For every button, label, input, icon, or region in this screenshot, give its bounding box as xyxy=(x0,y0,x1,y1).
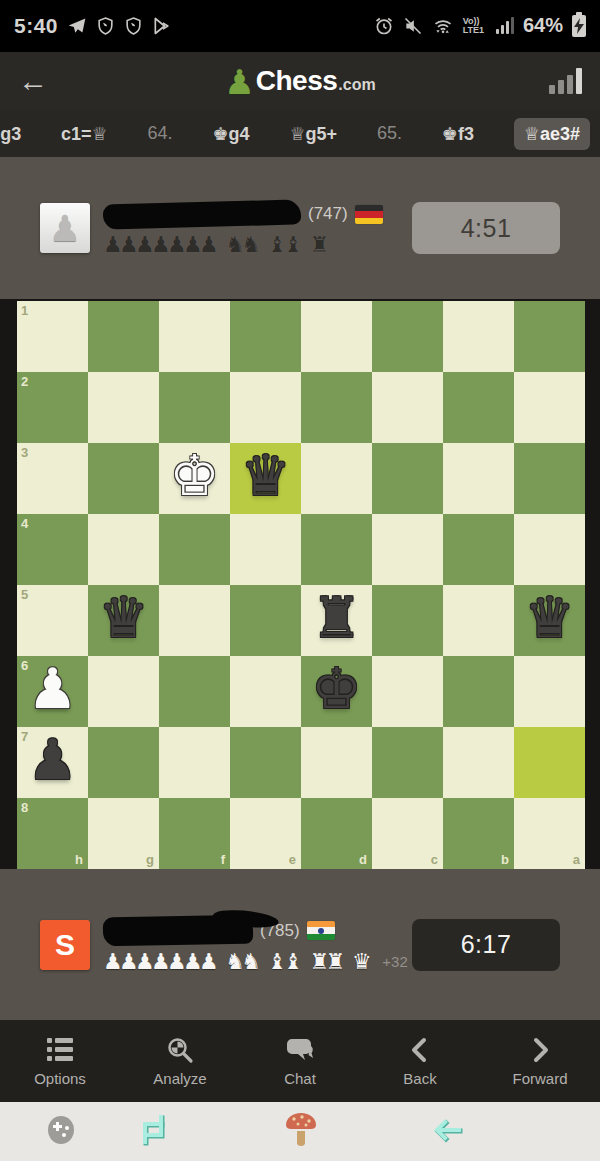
file-label-d: d xyxy=(359,852,367,867)
game-dice-icon[interactable] xyxy=(46,1114,76,1150)
square-a5[interactable]: ♛ xyxy=(514,585,585,656)
square-h5[interactable]: 5 xyxy=(17,585,88,656)
chess-board: 123♚♛45♛♜♛6♟♚7♟8hgfedcba xyxy=(17,301,585,869)
square-f5[interactable] xyxy=(159,585,230,656)
pawn-avatar-icon: ♟ xyxy=(49,208,81,249)
clock-time: 5:40 xyxy=(14,14,58,38)
status-bar: 5:40 Vo)) xyxy=(0,0,600,52)
board-area: 123♚♛45♛♜♛6♟♚7♟8hgfedcba xyxy=(0,299,600,869)
chesscom-logo: ♟Chess.com xyxy=(224,65,375,97)
game-toolbar: Options Analyze Chat Back Forward xyxy=(0,1020,600,1102)
move-list: ♕g3 c1=♕ 64. ♚g4 ♕g5+ 65. ♚f3 ♕ae3# xyxy=(0,110,600,158)
opponent-clock: 4:51 xyxy=(412,202,560,254)
square-c7[interactable] xyxy=(372,727,443,798)
opponent-username-redacted[interactable] xyxy=(103,199,302,229)
rank-label-3: 3 xyxy=(21,445,28,460)
germany-flag-icon xyxy=(355,205,383,224)
square-b3[interactable] xyxy=(443,443,514,514)
play-store-icon xyxy=(152,16,172,36)
analyze-button[interactable]: Analyze xyxy=(120,1036,240,1087)
square-f2[interactable] xyxy=(159,372,230,443)
square-g6[interactable] xyxy=(88,656,159,727)
chat-bubbles-icon xyxy=(284,1036,316,1064)
square-b4[interactable] xyxy=(443,514,514,585)
nav-back-arrow-icon[interactable] xyxy=(430,1115,464,1149)
square-d3[interactable] xyxy=(301,443,372,514)
square-d7[interactable] xyxy=(301,727,372,798)
opponent-avatar[interactable]: ♟ xyxy=(40,203,90,253)
square-f8[interactable]: f xyxy=(159,798,230,869)
square-d2[interactable] xyxy=(301,372,372,443)
shield-icon xyxy=(124,16,143,36)
square-h8[interactable]: 8h xyxy=(17,798,88,869)
file-label-b: b xyxy=(501,852,509,867)
square-f7[interactable] xyxy=(159,727,230,798)
square-b5[interactable] xyxy=(443,585,514,656)
options-list-icon xyxy=(45,1036,75,1064)
square-b1[interactable] xyxy=(443,301,514,372)
wifi-icon xyxy=(432,16,454,36)
square-e5[interactable] xyxy=(230,585,301,656)
telegram-icon xyxy=(67,16,87,36)
shield-icon xyxy=(96,16,115,36)
square-e6[interactable] xyxy=(230,656,301,727)
square-e8[interactable]: e xyxy=(230,798,301,869)
square-c8[interactable]: c xyxy=(372,798,443,869)
chat-button[interactable]: Chat xyxy=(240,1036,360,1087)
square-c3[interactable] xyxy=(372,443,443,514)
app-header: ← ♟Chess.com xyxy=(0,52,600,110)
player-card: S (785) ♟♟♟♟♟♟♟ ♞♞ ♝♝ ♜♜ ♛ +32 6:17 xyxy=(0,869,600,1020)
file-label-g: g xyxy=(146,852,154,867)
square-e3[interactable]: ♛ xyxy=(230,443,301,514)
square-h3[interactable]: 3 xyxy=(17,443,88,514)
connection-bars-icon[interactable] xyxy=(542,68,582,94)
black-queen-piece[interactable]: ♛ xyxy=(98,590,148,646)
chevron-left-icon xyxy=(406,1036,434,1064)
move-number: 64. xyxy=(148,123,173,144)
move-item[interactable]: c1=♕ xyxy=(61,123,108,145)
square-a1[interactable] xyxy=(514,301,585,372)
rank-label-8: 8 xyxy=(21,800,28,815)
square-h6[interactable]: 6♟ xyxy=(17,656,88,727)
white-pawn-piece[interactable]: ♟ xyxy=(27,661,77,717)
material-score: +32 xyxy=(382,953,407,970)
move-item[interactable]: ♕g3 xyxy=(0,123,21,145)
mute-icon xyxy=(403,16,423,36)
square-g4[interactable] xyxy=(88,514,159,585)
move-item[interactable]: ♚f3 xyxy=(442,123,474,145)
player-captured-pieces: ♟♟♟♟♟♟♟ ♞♞ ♝♝ ♜♜ ♛ +32 xyxy=(103,949,412,974)
move-number: 65. xyxy=(377,123,402,144)
rank-label-4: 4 xyxy=(21,516,28,531)
square-d1[interactable] xyxy=(301,301,372,372)
back-arrow-icon[interactable]: ← xyxy=(18,66,58,96)
black-pawn-piece[interactable]: ♟ xyxy=(27,732,77,788)
square-b7[interactable] xyxy=(443,727,514,798)
square-d6[interactable]: ♚ xyxy=(301,656,372,727)
alarm-icon xyxy=(374,16,394,36)
player-username-redacted[interactable] xyxy=(103,915,253,947)
square-f4[interactable] xyxy=(159,514,230,585)
square-g8[interactable]: g xyxy=(88,798,159,869)
square-c2[interactable] xyxy=(372,372,443,443)
square-g5[interactable]: ♛ xyxy=(88,585,159,656)
rank-label-2: 2 xyxy=(21,374,28,389)
file-label-a: a xyxy=(573,852,580,867)
player-clock: 6:17 xyxy=(412,919,560,971)
square-e4[interactable] xyxy=(230,514,301,585)
white-king-piece[interactable]: ♚ xyxy=(169,448,219,504)
file-label-c: c xyxy=(431,852,438,867)
square-a6[interactable] xyxy=(514,656,585,727)
square-g3[interactable] xyxy=(88,443,159,514)
square-d5[interactable]: ♜ xyxy=(301,585,372,656)
recents-icon[interactable] xyxy=(138,1112,170,1152)
square-h4[interactable]: 4 xyxy=(17,514,88,585)
square-f1[interactable] xyxy=(159,301,230,372)
square-h7[interactable]: 7♟ xyxy=(17,727,88,798)
square-c6[interactable] xyxy=(372,656,443,727)
india-flag-icon xyxy=(307,921,335,940)
move-item[interactable]: ♕g5+ xyxy=(289,123,337,145)
square-e1[interactable] xyxy=(230,301,301,372)
square-c5[interactable] xyxy=(372,585,443,656)
opponent-captured-pieces: ♟♟♟♟♟♟♟ ♞♞ ♝♝ ♜ xyxy=(103,232,412,257)
square-f3[interactable]: ♚ xyxy=(159,443,230,514)
square-g2[interactable] xyxy=(88,372,159,443)
square-g7[interactable] xyxy=(88,727,159,798)
move-item[interactable]: ♚g4 xyxy=(212,123,249,145)
chess-app-screen: 5:40 Vo)) xyxy=(0,0,600,1161)
square-a4[interactable] xyxy=(514,514,585,585)
mushroom-home-icon[interactable] xyxy=(284,1111,318,1153)
network-type-label: Vo)) LTE1 xyxy=(463,17,484,35)
chevron-right-icon xyxy=(526,1036,554,1064)
square-b2[interactable] xyxy=(443,372,514,443)
battery-percent: 64% xyxy=(523,14,563,37)
square-g1[interactable] xyxy=(88,301,159,372)
file-label-h: h xyxy=(75,852,83,867)
analyze-magnifier-icon xyxy=(165,1036,195,1064)
current-move-item[interactable]: ♕ae3# xyxy=(514,118,590,150)
battery-charging-icon xyxy=(572,15,586,37)
black-rook-piece[interactable]: ♜ xyxy=(311,590,361,646)
rank-label-5: 5 xyxy=(21,587,28,602)
square-b8[interactable]: b xyxy=(443,798,514,869)
square-a3[interactable] xyxy=(514,443,585,514)
move-back-button[interactable]: Back xyxy=(360,1036,480,1087)
player-avatar[interactable]: S xyxy=(40,920,90,970)
square-d8[interactable]: d xyxy=(301,798,372,869)
square-a7[interactable] xyxy=(514,727,585,798)
square-a2[interactable] xyxy=(514,372,585,443)
square-c4[interactable] xyxy=(372,514,443,585)
square-e2[interactable] xyxy=(230,372,301,443)
square-e7[interactable] xyxy=(230,727,301,798)
square-h2[interactable]: 2 xyxy=(17,372,88,443)
signal-strength-icon xyxy=(496,17,514,34)
square-c1[interactable] xyxy=(372,301,443,372)
move-forward-button[interactable]: Forward xyxy=(480,1036,600,1087)
square-a8[interactable]: a xyxy=(514,798,585,869)
black-queen-piece[interactable]: ♛ xyxy=(240,448,290,504)
options-button[interactable]: Options xyxy=(0,1036,120,1087)
rank-label-1: 1 xyxy=(21,303,28,318)
system-nav-bar xyxy=(0,1102,600,1161)
opponent-player-card: ♟ (747) ♟♟♟♟♟♟♟ ♞♞ ♝♝ ♜ 4:51 xyxy=(0,157,600,299)
file-label-e: e xyxy=(289,852,296,867)
square-d4[interactable] xyxy=(301,514,372,585)
square-b6[interactable] xyxy=(443,656,514,727)
square-f6[interactable] xyxy=(159,656,230,727)
black-king-piece[interactable]: ♚ xyxy=(311,661,361,717)
black-queen-piece[interactable]: ♛ xyxy=(524,590,574,646)
square-h1[interactable]: 1 xyxy=(17,301,88,372)
file-label-f: f xyxy=(221,852,225,867)
opponent-rating: (747) xyxy=(308,204,348,224)
